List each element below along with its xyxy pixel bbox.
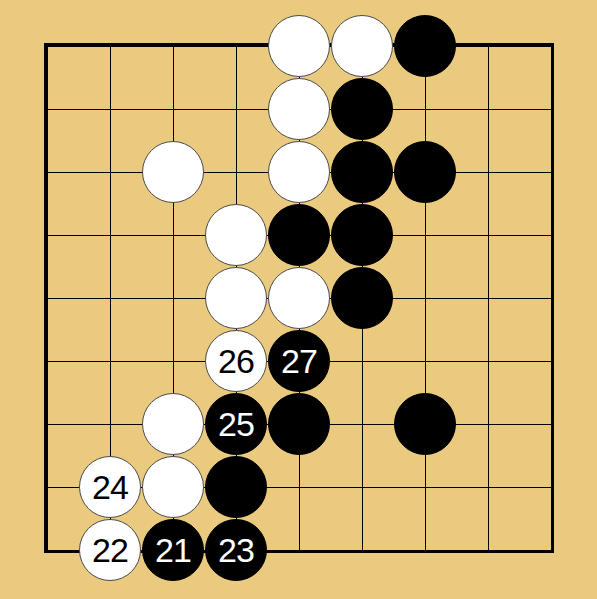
intersection-5-4[interactable] bbox=[331, 267, 394, 330]
intersection-3-6[interactable]: 25 bbox=[205, 393, 268, 456]
white-stone-move-26[interactable]: 26 bbox=[205, 330, 267, 392]
intersection-1-6[interactable] bbox=[79, 393, 142, 456]
intersection-0-6[interactable] bbox=[16, 393, 79, 456]
intersection-5-0[interactable] bbox=[331, 15, 394, 78]
intersection-2-1[interactable] bbox=[142, 78, 205, 141]
white-stone-move-24[interactable]: 24 bbox=[79, 456, 141, 518]
black-stone[interactable] bbox=[394, 393, 456, 455]
black-stone-move-21[interactable]: 21 bbox=[142, 519, 204, 581]
black-stone[interactable] bbox=[268, 204, 330, 266]
intersection-7-6[interactable] bbox=[457, 393, 520, 456]
intersection-6-6[interactable] bbox=[394, 393, 457, 456]
intersection-6-3[interactable] bbox=[394, 204, 457, 267]
intersection-6-8[interactable] bbox=[394, 519, 457, 582]
white-stone[interactable] bbox=[268, 78, 330, 140]
white-stone-move-22[interactable]: 22 bbox=[79, 519, 141, 581]
black-stone-move-25[interactable]: 25 bbox=[205, 393, 267, 455]
white-stone[interactable] bbox=[268, 15, 330, 77]
intersection-0-7[interactable] bbox=[16, 456, 79, 519]
intersection-1-2[interactable] bbox=[79, 141, 142, 204]
intersection-3-1[interactable] bbox=[205, 78, 268, 141]
black-stone[interactable] bbox=[331, 267, 393, 329]
intersection-6-5[interactable] bbox=[394, 330, 457, 393]
intersection-8-4[interactable] bbox=[520, 267, 583, 330]
go-diagram: 26272524222123 bbox=[0, 0, 597, 599]
intersection-1-3[interactable] bbox=[79, 204, 142, 267]
intersection-3-4[interactable] bbox=[205, 267, 268, 330]
intersection-7-8[interactable] bbox=[457, 519, 520, 582]
intersection-0-3[interactable] bbox=[16, 204, 79, 267]
intersection-0-1[interactable] bbox=[16, 78, 79, 141]
intersection-4-8[interactable] bbox=[268, 519, 331, 582]
intersection-5-3[interactable] bbox=[331, 204, 394, 267]
intersection-5-5[interactable] bbox=[331, 330, 394, 393]
black-stone-move-27[interactable]: 27 bbox=[268, 330, 330, 392]
intersection-4-2[interactable] bbox=[268, 141, 331, 204]
intersection-4-7[interactable] bbox=[268, 456, 331, 519]
go-board[interactable]: 26272524222123 bbox=[16, 15, 583, 582]
intersection-1-4[interactable] bbox=[79, 267, 142, 330]
black-stone[interactable] bbox=[394, 15, 456, 77]
intersection-8-6[interactable] bbox=[520, 393, 583, 456]
intersection-5-2[interactable] bbox=[331, 141, 394, 204]
intersection-6-2[interactable] bbox=[394, 141, 457, 204]
intersection-3-8[interactable]: 23 bbox=[205, 519, 268, 582]
intersection-5-7[interactable] bbox=[331, 456, 394, 519]
black-stone-move-23[interactable]: 23 bbox=[205, 519, 267, 581]
intersection-2-0[interactable] bbox=[142, 15, 205, 78]
intersection-6-1[interactable] bbox=[394, 78, 457, 141]
intersection-8-1[interactable] bbox=[520, 78, 583, 141]
intersection-1-8[interactable]: 22 bbox=[79, 519, 142, 582]
black-stone[interactable] bbox=[331, 204, 393, 266]
intersection-3-3[interactable] bbox=[205, 204, 268, 267]
intersection-5-8[interactable] bbox=[331, 519, 394, 582]
white-stone[interactable] bbox=[268, 141, 330, 203]
intersection-6-7[interactable] bbox=[394, 456, 457, 519]
intersection-1-1[interactable] bbox=[79, 78, 142, 141]
intersection-2-8[interactable]: 21 bbox=[142, 519, 205, 582]
intersection-2-5[interactable] bbox=[142, 330, 205, 393]
intersection-2-7[interactable] bbox=[142, 456, 205, 519]
intersection-4-5[interactable]: 27 bbox=[268, 330, 331, 393]
white-stone[interactable] bbox=[205, 267, 267, 329]
intersection-8-2[interactable] bbox=[520, 141, 583, 204]
intersection-4-3[interactable] bbox=[268, 204, 331, 267]
intersection-2-2[interactable] bbox=[142, 141, 205, 204]
intersection-2-3[interactable] bbox=[142, 204, 205, 267]
intersection-3-2[interactable] bbox=[205, 141, 268, 204]
intersection-6-0[interactable] bbox=[394, 15, 457, 78]
intersection-7-4[interactable] bbox=[457, 267, 520, 330]
white-stone[interactable] bbox=[331, 15, 393, 77]
intersection-4-6[interactable] bbox=[268, 393, 331, 456]
white-stone[interactable] bbox=[142, 456, 204, 518]
intersection-1-5[interactable] bbox=[79, 330, 142, 393]
white-stone[interactable] bbox=[268, 267, 330, 329]
white-stone[interactable] bbox=[205, 204, 267, 266]
white-stone[interactable] bbox=[142, 393, 204, 455]
white-stone[interactable] bbox=[142, 141, 204, 203]
intersection-8-3[interactable] bbox=[520, 204, 583, 267]
intersection-0-2[interactable] bbox=[16, 141, 79, 204]
intersection-7-2[interactable] bbox=[457, 141, 520, 204]
intersection-1-0[interactable] bbox=[79, 15, 142, 78]
intersection-8-8[interactable] bbox=[520, 519, 583, 582]
intersection-4-0[interactable] bbox=[268, 15, 331, 78]
intersection-2-4[interactable] bbox=[142, 267, 205, 330]
black-stone[interactable] bbox=[268, 393, 330, 455]
intersection-0-5[interactable] bbox=[16, 330, 79, 393]
intersection-8-5[interactable] bbox=[520, 330, 583, 393]
black-stone[interactable] bbox=[331, 78, 393, 140]
intersection-8-0[interactable] bbox=[520, 15, 583, 78]
intersection-0-8[interactable] bbox=[16, 519, 79, 582]
intersection-7-3[interactable] bbox=[457, 204, 520, 267]
intersection-7-0[interactable] bbox=[457, 15, 520, 78]
intersection-0-4[interactable] bbox=[16, 267, 79, 330]
intersection-2-6[interactable] bbox=[142, 393, 205, 456]
intersection-7-7[interactable] bbox=[457, 456, 520, 519]
intersection-5-1[interactable] bbox=[331, 78, 394, 141]
intersection-1-7[interactable]: 24 bbox=[79, 456, 142, 519]
intersection-6-4[interactable] bbox=[394, 267, 457, 330]
intersection-7-5[interactable] bbox=[457, 330, 520, 393]
intersection-3-7[interactable] bbox=[205, 456, 268, 519]
black-stone[interactable] bbox=[205, 456, 267, 518]
black-stone[interactable] bbox=[394, 141, 456, 203]
intersection-4-1[interactable] bbox=[268, 78, 331, 141]
intersection-3-5[interactable]: 26 bbox=[205, 330, 268, 393]
intersection-7-1[interactable] bbox=[457, 78, 520, 141]
intersection-8-7[interactable] bbox=[520, 456, 583, 519]
intersection-4-4[interactable] bbox=[268, 267, 331, 330]
black-stone[interactable] bbox=[331, 141, 393, 203]
intersection-5-6[interactable] bbox=[331, 393, 394, 456]
intersection-3-0[interactable] bbox=[205, 15, 268, 78]
intersection-0-0[interactable] bbox=[16, 15, 79, 78]
